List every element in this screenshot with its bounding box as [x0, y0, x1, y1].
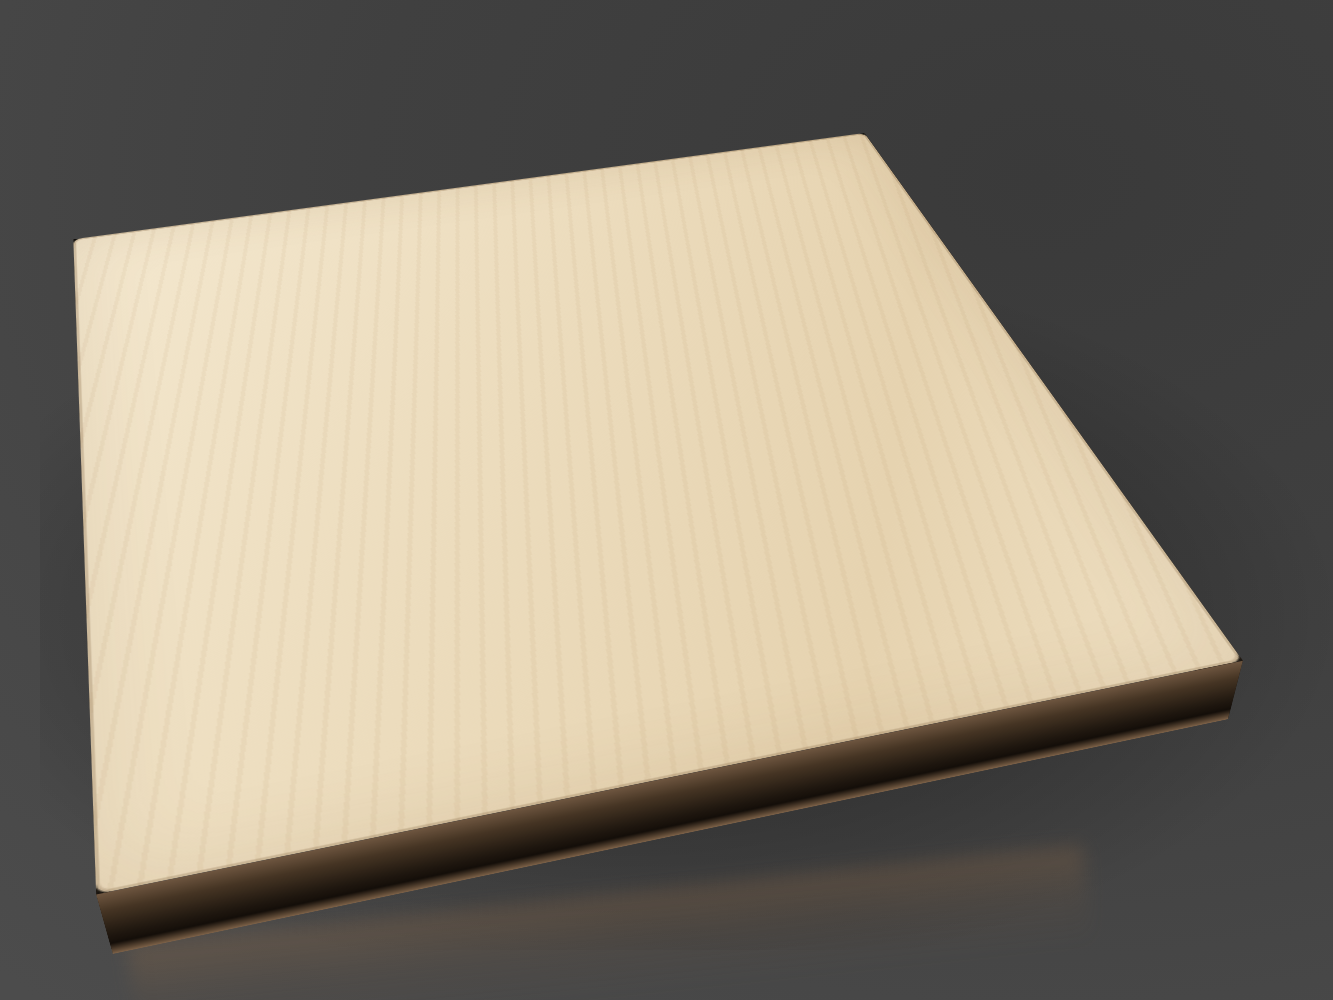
- xiangqi-board-box: [73, 133, 1243, 894]
- screenshot: [0, 0, 1333, 1000]
- scene: [0, 0, 1333, 1000]
